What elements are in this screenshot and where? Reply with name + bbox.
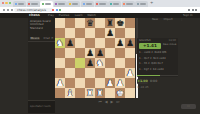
browser-menu-icon[interactable]	[188, 9, 190, 11]
piece-black-pawn[interactable]: ♟	[125, 38, 135, 48]
game-info-line: Standard	[30, 27, 43, 30]
square-c2[interactable]	[75, 78, 85, 88]
square-f4[interactable]	[105, 58, 115, 68]
prev-move-button[interactable]: ◀	[105, 99, 108, 105]
square-g1[interactable]: ♚	[115, 88, 125, 98]
sidebar-tab-bar: ✕ MovesChat	[28, 36, 55, 42]
square-h6[interactable]: ♟	[125, 38, 135, 48]
tab-favicon-icon	[55, 3, 57, 5]
square-g6[interactable]: ♟	[115, 38, 125, 48]
piece-black-queen[interactable]: ♛	[85, 18, 95, 28]
clock-text: 0:00	[150, 80, 157, 83]
square-a1[interactable]	[55, 88, 65, 98]
square-d8[interactable]: ♛	[85, 18, 95, 28]
evaluation-side-note: best move	[163, 43, 176, 46]
tab-title	[113, 3, 120, 4]
piece-white-pawn[interactable]: ♟	[55, 78, 65, 88]
square-f3[interactable]	[105, 68, 115, 78]
tab-favicon-icon	[42, 3, 44, 5]
piece-white-rook[interactable]: ♜	[95, 88, 105, 98]
square-c4[interactable]	[75, 58, 85, 68]
square-g4[interactable]	[115, 58, 125, 68]
sidebar-tab-chat[interactable]: Chat	[43, 37, 51, 40]
square-c1[interactable]	[75, 88, 85, 98]
square-b6[interactable]: ♟	[65, 38, 75, 48]
browser-window: + chess.com/analysis chess PlayPuzzlesLe…	[0, 0, 200, 113]
square-e4[interactable]: ♞	[95, 58, 105, 68]
tab-title	[99, 3, 106, 4]
square-b8[interactable]	[65, 18, 75, 28]
square-g7[interactable]	[115, 28, 125, 38]
square-c6[interactable]	[75, 38, 85, 48]
square-d5[interactable]: ♟	[85, 48, 95, 58]
square-a7[interactable]	[55, 28, 65, 38]
piece-black-pawn[interactable]: ♟	[85, 48, 95, 58]
square-a5[interactable]	[55, 48, 65, 58]
engine-line[interactable]: 1... Qe7 2. Nc3 exd4	[139, 57, 176, 60]
browser-menu-icon[interactable]	[192, 9, 194, 11]
square-e7[interactable]	[95, 28, 105, 38]
tab-favicon-icon	[15, 3, 17, 5]
piece-white-knight[interactable]: ♞	[55, 38, 65, 48]
square-b4[interactable]	[65, 58, 75, 68]
tab-favicon-icon	[110, 3, 112, 5]
move-list-note: 1. d4 d5	[137, 86, 149, 89]
square-c5[interactable]	[75, 48, 85, 58]
eval-pill: +1.00	[137, 79, 148, 84]
engine-depth: 18/40	[169, 39, 176, 42]
sidebar-footer-text: spectator room	[30, 104, 51, 108]
square-h8[interactable]	[125, 18, 135, 28]
square-g2[interactable]: ♟	[115, 78, 125, 88]
square-b3[interactable]	[65, 68, 75, 78]
analysis-toolbar-item[interactable]: New	[152, 18, 158, 21]
extension-icon[interactable]	[59, 9, 61, 11]
square-f2[interactable]: ♟	[105, 78, 115, 88]
square-b1[interactable]: ♝	[65, 88, 75, 98]
square-d7[interactable]	[85, 28, 95, 38]
square-f6[interactable]	[105, 38, 115, 48]
square-d1[interactable]: ♜	[85, 88, 95, 98]
square-a8[interactable]	[55, 18, 65, 28]
square-f5[interactable]	[105, 48, 115, 58]
corner-more-button[interactable]: ···	[181, 104, 196, 109]
square-e6[interactable]	[95, 38, 105, 48]
square-c7[interactable]	[75, 28, 85, 38]
back-icon[interactable]	[3, 9, 5, 11]
header-signin-link[interactable]: Sign In	[183, 14, 193, 17]
extension-icon[interactable]	[52, 9, 54, 11]
tab-favicon-icon	[28, 3, 30, 5]
board-playback-controls: ⏮◀▶⏭	[92, 99, 126, 105]
url-input[interactable]: chess.com/analysis	[14, 8, 53, 12]
square-e1[interactable]: ♜	[95, 88, 105, 98]
square-e8[interactable]	[95, 18, 105, 28]
square-a6[interactable]: ♞	[55, 38, 65, 48]
square-f1[interactable]	[105, 88, 115, 98]
engine-line[interactable]: 1... exd4 2. Rxd4 Qf6	[139, 51, 176, 54]
tab-favicon-icon	[83, 3, 85, 5]
tab-favicon-icon	[123, 3, 125, 5]
piece-white-pawn[interactable]: ♟	[125, 68, 135, 78]
square-e2[interactable]	[95, 78, 105, 88]
piece-black-rook[interactable]: ♜	[105, 18, 115, 28]
square-b7[interactable]	[65, 28, 75, 38]
piece-white-bishop[interactable]: ♝	[65, 88, 75, 98]
square-h2[interactable]	[125, 78, 135, 88]
tab-favicon-icon	[137, 3, 139, 5]
last-move-button[interactable]: ⏭	[116, 99, 119, 105]
square-b5[interactable]	[65, 48, 75, 58]
square-h7[interactable]	[125, 28, 135, 38]
square-h5[interactable]	[125, 48, 135, 58]
piece-black-king[interactable]: ♚	[115, 18, 125, 28]
analysis-toolbar-item[interactable]: Import	[163, 18, 172, 21]
piece-white-king[interactable]: ♚	[115, 88, 125, 98]
piece-white-knight[interactable]: ♞	[95, 58, 105, 68]
piece-black-pawn[interactable]: ♟	[95, 48, 105, 58]
forward-icon[interactable]	[7, 9, 9, 11]
tab-title	[58, 3, 65, 4]
square-h3[interactable]: ♟	[125, 68, 135, 78]
square-h4[interactable]	[125, 58, 135, 68]
piece-black-pawn[interactable]: ♟	[105, 28, 115, 38]
square-d3[interactable]	[85, 68, 95, 78]
piece-black-pawn[interactable]: ♟	[65, 38, 75, 48]
analysis-progress-fill	[137, 75, 160, 76]
engine-line[interactable]: 1... h5 2. Qd3 Qe7	[139, 62, 176, 65]
tab-favicon-icon	[69, 3, 71, 5]
tab-title	[18, 3, 25, 4]
first-move-button[interactable]: ⏮	[99, 99, 102, 105]
square-c8[interactable]	[75, 18, 85, 28]
square-a4[interactable]	[55, 58, 65, 68]
piece-white-pawn[interactable]: ♟	[115, 78, 125, 88]
tab-title	[31, 3, 38, 4]
square-h1[interactable]	[125, 88, 135, 98]
piece-black-pawn[interactable]: ♟	[85, 58, 95, 68]
engine-name: Stockfish	[139, 39, 151, 42]
reload-icon[interactable]	[11, 9, 13, 11]
square-e5[interactable]: ♟	[95, 48, 105, 58]
evaluation-badge: +1.41	[139, 43, 161, 49]
chess-board: ♛♜♚♟♞♟♟♟♟♟♟♞♟♟♟♟♝♜♜♚	[55, 18, 135, 98]
square-d4[interactable]: ♟	[85, 58, 95, 68]
square-a2[interactable]: ♟	[55, 78, 65, 88]
extension-icon[interactable]	[56, 9, 58, 11]
square-g3[interactable]	[115, 68, 125, 78]
window-control-zoom-icon[interactable]	[9, 2, 11, 4]
browser-menu-icon[interactable]	[195, 9, 197, 11]
next-move-button[interactable]: ▶	[111, 99, 114, 105]
tab-title	[126, 3, 133, 4]
square-b2[interactable]	[65, 78, 75, 88]
left-sidebar-panel: ✕ MovesChat spectator room Analysis boar…	[28, 18, 55, 114]
square-f8[interactable]: ♜	[105, 18, 115, 28]
close-icon[interactable]: ✕	[51, 37, 54, 40]
square-d2[interactable]	[85, 78, 95, 88]
new-tab-button[interactable]: +	[150, 1, 153, 5]
tab-favicon-icon	[96, 3, 98, 5]
square-a3[interactable]	[55, 68, 65, 78]
tab-title	[140, 3, 147, 4]
tab-title	[72, 3, 79, 4]
square-c3[interactable]	[75, 68, 85, 78]
tab-title	[86, 3, 93, 4]
piece-black-pawn[interactable]: ♟	[115, 38, 125, 48]
square-g5[interactable]	[115, 48, 125, 58]
sidebar-footer: spectator room	[28, 100, 55, 113]
analysis-toolbar-item[interactable]: ⋮	[180, 18, 183, 21]
square-e3[interactable]	[95, 68, 105, 78]
piece-white-rook[interactable]: ♜	[85, 88, 95, 98]
tab-title	[45, 3, 52, 4]
window-control-close-icon[interactable]	[2, 2, 4, 4]
square-g8[interactable]: ♚	[115, 18, 125, 28]
piece-white-pawn[interactable]: ♟	[105, 78, 115, 88]
square-d6[interactable]	[85, 38, 95, 48]
window-control-minimize-icon[interactable]	[5, 2, 7, 4]
engine-analysis-card: Stockfish 18/40 +1.41 best move 1... exd…	[137, 38, 178, 77]
sidebar-tab-moves[interactable]: Moves	[30, 37, 41, 40]
square-f7[interactable]: ♟	[105, 28, 115, 38]
analysis-progress-bar	[137, 75, 178, 76]
engine-line[interactable]: 1... Kg7 2. b4 exd4	[139, 68, 176, 71]
